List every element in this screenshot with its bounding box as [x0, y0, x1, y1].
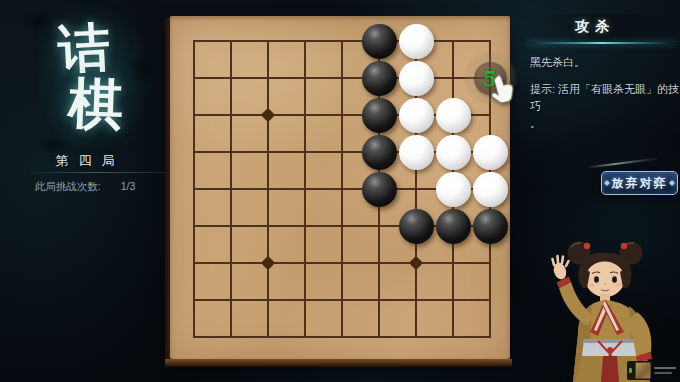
hint-text: 提示: 活用「有眼杀无眼」的技巧。: [530, 81, 680, 132]
objective-text: 黑先杀白。: [530, 54, 680, 71]
attempts-value: 1/3: [121, 180, 136, 194]
black-stone: [473, 209, 508, 244]
notification-count-marker: [629, 368, 632, 373]
white-stone: [473, 172, 508, 207]
give-up-button[interactable]: 放弃对弈: [601, 171, 678, 195]
game-screen: 诘 棋 第四局 此局挑战次数: 1/3 5 攻杀 黑先杀白。 提示: 活用「有眼…: [0, 0, 680, 382]
black-stone: [436, 209, 471, 244]
puzzle-left-panel: 诘 棋 第四局 此局挑战次数: 1/3: [0, 0, 170, 382]
white-stone: [399, 61, 434, 96]
hint-line-2: 。: [530, 117, 541, 129]
black-stone: [362, 24, 397, 59]
hair-ornament-right: [621, 243, 627, 249]
black-stone: [362, 61, 397, 96]
white-stone: [473, 135, 508, 170]
round-label: 第四局: [0, 152, 170, 170]
black-stone: [362, 135, 397, 170]
white-stone: [436, 135, 471, 170]
corner-notification: [627, 361, 678, 380]
item-thumbnail-icon: [635, 362, 651, 379]
white-stone: [399, 24, 434, 59]
white-stone: [436, 172, 471, 207]
black-stone: [362, 172, 397, 207]
title-underline: [528, 42, 676, 44]
section-title: 攻杀: [528, 14, 680, 42]
divider: [30, 172, 165, 173]
notification-text-lines: [654, 367, 676, 374]
hint-line-1: 提示: 活用「有眼杀无眼」的技巧: [530, 83, 679, 112]
black-stone: [399, 209, 434, 244]
attempts-label: 此局挑战次数:: [35, 180, 101, 194]
white-stone: [399, 98, 434, 133]
raised-hand: [552, 256, 569, 281]
white-stone: [436, 98, 471, 133]
puzzle-info-panel: 攻杀 黑先杀白。 提示: 活用「有眼杀无眼」的技巧。: [528, 14, 680, 132]
black-stone: [362, 98, 397, 133]
go-board[interactable]: 5: [170, 16, 510, 359]
white-stone: [399, 135, 434, 170]
light-streak-decoration: [586, 157, 660, 168]
attempts-row: 此局挑战次数: 1/3: [0, 180, 170, 194]
calligraphy-title-char-2: 棋: [67, 67, 125, 143]
hair-ornament-left: [584, 243, 590, 249]
